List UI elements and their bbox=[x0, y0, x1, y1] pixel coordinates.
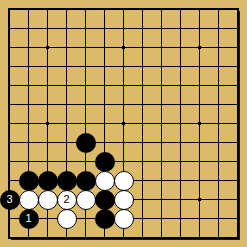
move-number-label: 1 bbox=[25, 213, 31, 224]
stone-black bbox=[95, 209, 115, 229]
hoshi-point bbox=[198, 198, 201, 201]
stone-black bbox=[19, 171, 39, 191]
stone-white bbox=[76, 190, 96, 210]
move-number-label: 2 bbox=[63, 194, 69, 205]
stone-black-move-1: 1 bbox=[19, 209, 39, 229]
stone-black bbox=[57, 171, 77, 191]
go-board-diagram: 321 bbox=[0, 0, 247, 247]
hoshi-point bbox=[198, 122, 201, 125]
stone-white bbox=[95, 171, 115, 191]
hoshi-point bbox=[198, 46, 201, 49]
go-board: 321 bbox=[0, 0, 247, 247]
stone-black bbox=[38, 171, 58, 191]
stone-white bbox=[57, 209, 77, 229]
hoshi-point bbox=[122, 46, 125, 49]
hoshi-point bbox=[122, 122, 125, 125]
hoshi-point bbox=[46, 46, 49, 49]
stone-white bbox=[19, 190, 39, 210]
stone-black bbox=[76, 133, 96, 153]
stone-black bbox=[95, 190, 115, 210]
stone-white-move-2: 2 bbox=[57, 190, 77, 210]
stone-white bbox=[114, 209, 134, 229]
stone-white bbox=[114, 190, 134, 210]
stone-black bbox=[95, 152, 115, 172]
stone-black bbox=[76, 171, 96, 191]
stone-black-move-3: 3 bbox=[0, 190, 20, 210]
hoshi-point bbox=[46, 122, 49, 125]
stone-white bbox=[38, 190, 58, 210]
move-number-label: 3 bbox=[6, 194, 12, 205]
stone-white bbox=[114, 171, 134, 191]
